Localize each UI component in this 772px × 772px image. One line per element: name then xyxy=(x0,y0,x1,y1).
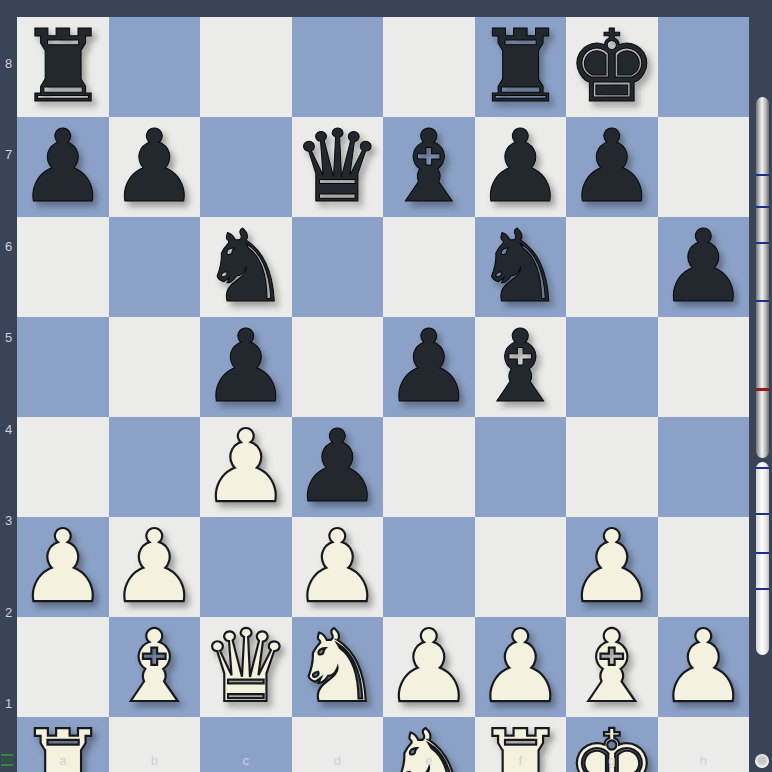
square-f5[interactable]: ♝ xyxy=(475,317,567,417)
piece-white-pawn[interactable]: ♟ xyxy=(109,517,199,617)
piece-black-bishop[interactable]: ♝ xyxy=(475,317,565,417)
square-h7[interactable] xyxy=(658,117,750,217)
piece-black-pawn[interactable]: ♟ xyxy=(292,417,382,517)
square-a7[interactable]: ♟ xyxy=(17,117,109,217)
square-g8[interactable]: ♚ xyxy=(566,17,658,117)
square-c7[interactable] xyxy=(200,117,292,217)
rank-label-1: 1 xyxy=(0,696,17,711)
piece-black-knight[interactable]: ♞ xyxy=(475,217,565,317)
square-f4[interactable] xyxy=(475,417,567,517)
piece-black-pawn[interactable]: ♟ xyxy=(201,317,291,417)
piece-white-bishop[interactable]: ♝ xyxy=(109,617,199,717)
piece-black-knight[interactable]: ♞ xyxy=(201,217,291,317)
square-g3[interactable]: ♟ xyxy=(566,517,658,617)
menu-icon-bar xyxy=(1,754,13,756)
square-c6[interactable]: ♞ xyxy=(200,217,292,317)
piece-black-pawn[interactable]: ♟ xyxy=(18,117,108,217)
piece-black-rook[interactable]: ♜ xyxy=(475,17,565,117)
square-f8[interactable]: ♜ xyxy=(475,17,567,117)
piece-black-pawn[interactable]: ♟ xyxy=(567,117,657,217)
square-g5[interactable] xyxy=(566,317,658,417)
square-d3[interactable]: ♟ xyxy=(292,517,384,617)
square-f6[interactable]: ♞ xyxy=(475,217,567,317)
square-f3[interactable] xyxy=(475,517,567,617)
piece-white-pawn[interactable]: ♟ xyxy=(384,617,474,717)
square-c8[interactable] xyxy=(200,17,292,117)
piece-black-queen[interactable]: ♛ xyxy=(292,117,382,217)
menu-icon-bar xyxy=(1,759,13,761)
piece-white-pawn[interactable]: ♟ xyxy=(292,517,382,617)
square-f7[interactable]: ♟ xyxy=(475,117,567,217)
file-label-h: h xyxy=(658,749,750,772)
square-b2[interactable]: ♝ xyxy=(109,617,201,717)
file-label-a: a xyxy=(17,749,109,772)
piece-white-pawn[interactable]: ♟ xyxy=(567,517,657,617)
status-indicator-dot xyxy=(755,754,769,768)
square-h4[interactable] xyxy=(658,417,750,517)
scrollbar-current-move-mark xyxy=(756,388,769,391)
square-b5[interactable] xyxy=(109,317,201,417)
file-label-c: c xyxy=(200,749,292,772)
square-c2[interactable]: ♛ xyxy=(200,617,292,717)
piece-black-pawn[interactable]: ♟ xyxy=(109,117,199,217)
piece-black-pawn[interactable]: ♟ xyxy=(658,217,748,317)
square-a5[interactable] xyxy=(17,317,109,417)
square-a4[interactable] xyxy=(17,417,109,517)
square-c4[interactable]: ♟ xyxy=(200,417,292,517)
piece-white-pawn[interactable]: ♟ xyxy=(201,417,291,517)
square-h2[interactable]: ♟ xyxy=(658,617,750,717)
rank-label-8: 8 xyxy=(0,55,17,70)
square-b3[interactable]: ♟ xyxy=(109,517,201,617)
game-scrollbar-thumb[interactable] xyxy=(756,462,769,655)
square-d5[interactable] xyxy=(292,317,384,417)
square-g7[interactable]: ♟ xyxy=(566,117,658,217)
scrollbar-mark xyxy=(756,513,769,515)
square-e5[interactable]: ♟ xyxy=(383,317,475,417)
scrollbar-mark xyxy=(756,552,769,554)
scrollbar-mark xyxy=(756,206,769,208)
scrollbar-mark xyxy=(756,588,769,590)
piece-black-pawn[interactable]: ♟ xyxy=(475,117,565,217)
square-g4[interactable] xyxy=(566,417,658,517)
square-f2[interactable]: ♟ xyxy=(475,617,567,717)
square-h5[interactable] xyxy=(658,317,750,417)
square-d7[interactable]: ♛ xyxy=(292,117,384,217)
square-a3[interactable]: ♟ xyxy=(17,517,109,617)
square-a8[interactable]: ♜ xyxy=(17,17,109,117)
square-h3[interactable] xyxy=(658,517,750,617)
chess-board: ♜♜♚♟♟♛♝♟♟♞♞♟♟♟♝♟♟♟♟♟♟♝♛♞♟♟♝♟♜♞♜♚ xyxy=(17,17,749,749)
menu-icon-bar xyxy=(1,764,13,766)
rank-label-4: 4 xyxy=(0,421,17,436)
square-e3[interactable] xyxy=(383,517,475,617)
rank-label-6: 6 xyxy=(0,238,17,253)
piece-white-knight[interactable]: ♞ xyxy=(292,617,382,717)
square-h6[interactable]: ♟ xyxy=(658,217,750,317)
piece-black-bishop[interactable]: ♝ xyxy=(384,117,474,217)
square-g2[interactable]: ♝ xyxy=(566,617,658,717)
square-d4[interactable]: ♟ xyxy=(292,417,384,517)
square-e8[interactable] xyxy=(383,17,475,117)
square-b7[interactable]: ♟ xyxy=(109,117,201,217)
piece-white-pawn[interactable]: ♟ xyxy=(475,617,565,717)
piece-white-pawn[interactable]: ♟ xyxy=(18,517,108,617)
chess-app-window: ♜♜♚♟♟♛♝♟♟♞♞♟♟♟♝♟♟♟♟♟♟♝♛♞♟♟♝♟♜♞♜♚ 8765432… xyxy=(0,0,772,772)
file-label-d: d xyxy=(292,749,384,772)
rank-label-3: 3 xyxy=(0,513,17,528)
square-b6[interactable] xyxy=(109,217,201,317)
rank-label-2: 2 xyxy=(0,604,17,619)
menu-icon[interactable] xyxy=(1,754,13,766)
square-e6[interactable] xyxy=(383,217,475,317)
piece-black-rook[interactable]: ♜ xyxy=(18,17,108,117)
square-b4[interactable] xyxy=(109,417,201,517)
scrollbar-mark xyxy=(756,174,769,176)
piece-white-bishop[interactable]: ♝ xyxy=(567,617,657,717)
square-d8[interactable] xyxy=(292,17,384,117)
piece-black-king[interactable]: ♚ xyxy=(567,17,657,117)
square-c3[interactable] xyxy=(200,517,292,617)
square-e2[interactable]: ♟ xyxy=(383,617,475,717)
square-a6[interactable] xyxy=(17,217,109,317)
scrollbar-mark xyxy=(756,467,769,469)
square-a2[interactable] xyxy=(17,617,109,717)
rank-label-5: 5 xyxy=(0,330,17,345)
piece-white-queen[interactable]: ♛ xyxy=(201,617,291,717)
file-label-g: g xyxy=(566,749,658,772)
scrollbar-mark xyxy=(756,300,769,302)
square-e7[interactable]: ♝ xyxy=(383,117,475,217)
piece-white-pawn[interactable]: ♟ xyxy=(658,617,748,717)
square-g6[interactable] xyxy=(566,217,658,317)
rank-label-7: 7 xyxy=(0,147,17,162)
square-c5[interactable]: ♟ xyxy=(200,317,292,417)
square-b8[interactable] xyxy=(109,17,201,117)
scrollbar-mark xyxy=(756,242,769,244)
piece-black-pawn[interactable]: ♟ xyxy=(384,317,474,417)
file-label-e: e xyxy=(383,749,475,772)
file-label-f: f xyxy=(475,749,567,772)
square-e4[interactable] xyxy=(383,417,475,517)
file-label-b: b xyxy=(109,749,201,772)
game-scrollbar-track[interactable] xyxy=(756,97,769,458)
square-d2[interactable]: ♞ xyxy=(292,617,384,717)
square-d6[interactable] xyxy=(292,217,384,317)
square-h8[interactable] xyxy=(658,17,750,117)
